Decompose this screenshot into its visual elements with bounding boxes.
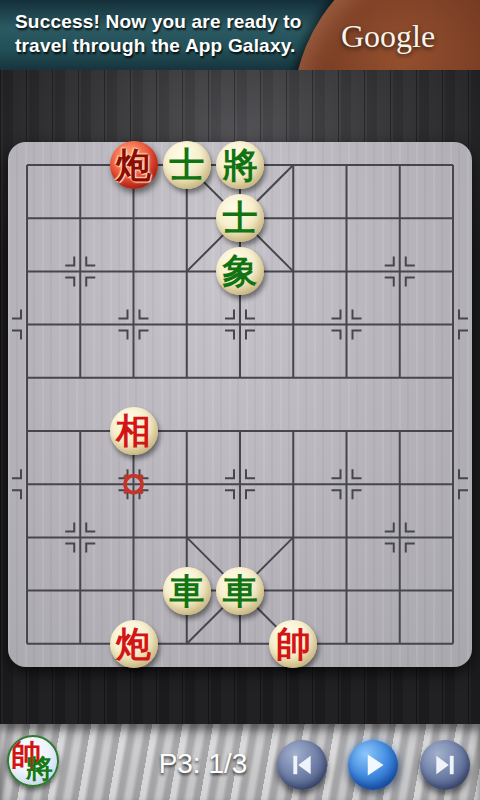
app-screen: Success! Now you are ready to travel thr… [0, 0, 480, 800]
puzzle-progress-label: P3: 1/3 [148, 748, 258, 780]
piece-green-advisor[interactable]: 士 [163, 141, 211, 189]
piece-green-chariot[interactable]: 車 [216, 567, 264, 615]
skip-to-start-icon [289, 752, 315, 778]
xiangqi-board[interactable]: 炮士將士象相車車炮帥 [8, 142, 472, 667]
piece-red-cannon[interactable]: 炮 [110, 141, 158, 189]
play-button[interactable] [348, 740, 398, 790]
skip-to-end-button[interactable] [420, 740, 470, 790]
piece-red-general[interactable]: 帥 [269, 620, 317, 668]
piece-green-chariot[interactable]: 車 [163, 567, 211, 615]
piece-green-elephant[interactable]: 象 [216, 247, 264, 295]
ad-text-line1: Success! Now you are ready to [15, 10, 302, 34]
google-logo: Google [341, 18, 435, 55]
ad-text: Success! Now you are ready to travel thr… [15, 10, 302, 58]
skip-to-start-button[interactable] [277, 740, 327, 790]
piece-green-general[interactable]: 將 [216, 141, 264, 189]
piece-green-advisor[interactable]: 士 [216, 194, 264, 242]
piece-red-elephant[interactable]: 相 [110, 407, 158, 455]
skip-to-end-icon [432, 752, 458, 778]
play-icon [359, 751, 387, 779]
pieces-layer: 炮士將士象相車車炮帥 [8, 142, 472, 667]
app-logo-icon: 帥 將 [7, 735, 59, 787]
ad-text-line2: travel through the App Galaxy. [15, 34, 302, 58]
ad-banner[interactable]: Success! Now you are ready to travel thr… [0, 0, 480, 70]
piece-red-cannon[interactable]: 炮 [110, 620, 158, 668]
